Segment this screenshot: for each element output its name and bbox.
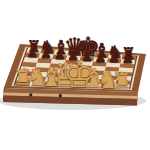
chess-set-photo: chess ♜♞♝♛♚♝♞♜♟♟♟♟♟♟♟♟♟♟♟♟♟♟♟♟♜♞♝♛♚♝♞♜ — [0, 0, 150, 150]
black-pawn-h7[interactable]: ♟ — [122, 53, 134, 66]
black-pawn-a7[interactable]: ♟ — [27, 46, 39, 59]
black-pawn-g7[interactable]: ♟ — [108, 52, 120, 65]
white-rook-h1[interactable]: ♜ — [112, 70, 131, 92]
pieces-layer: ♜♞♝♛♚♝♞♜♟♟♟♟♟♟♟♟♟♟♟♟♟♟♟♟♜♞♝♛♚♝♞♜ — [0, 0, 150, 150]
